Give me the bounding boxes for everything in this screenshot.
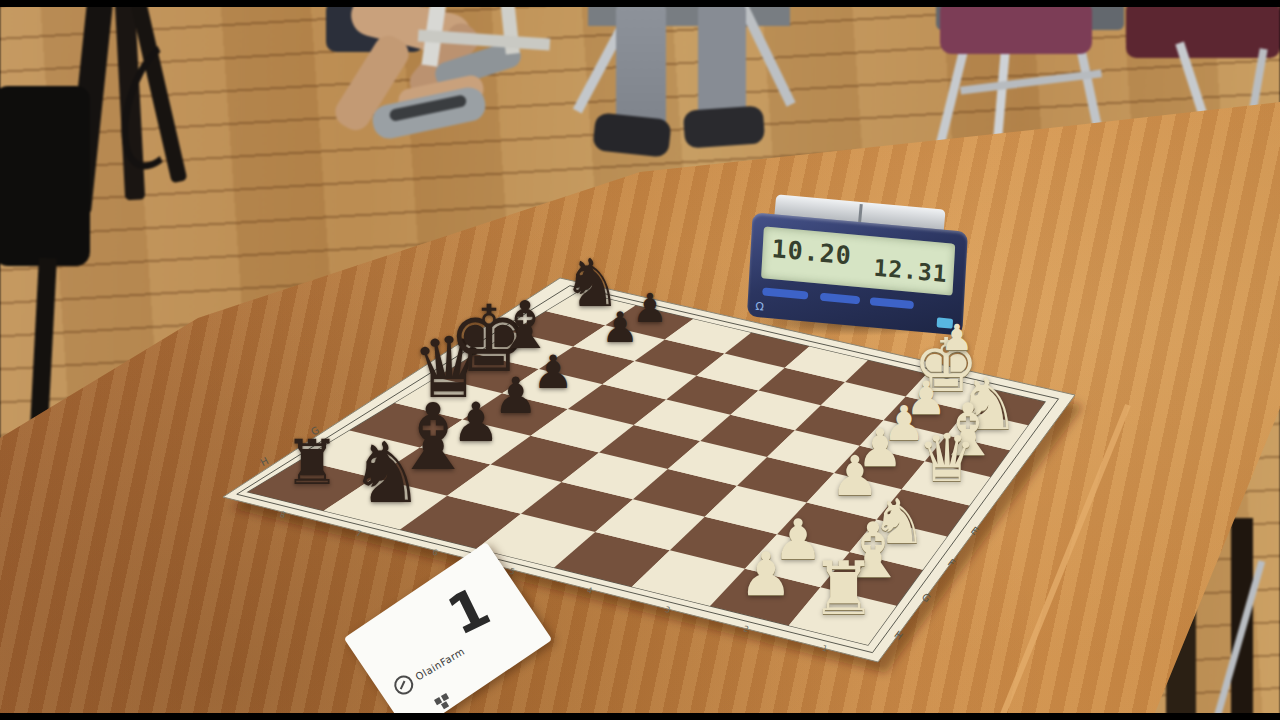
tournament-photo: EFGHHG87654321 10.20 12.31 Ω 1 OlainFarm… bbox=[0, 0, 1280, 720]
captured-wP: ♟ bbox=[941, 320, 973, 356]
piece-wQ-d1: ♛ bbox=[917, 426, 976, 492]
piece-bP-a7: ♟ bbox=[632, 288, 668, 328]
piece-bN-a8: ♞ bbox=[562, 251, 621, 317]
letterbox-bar bbox=[0, 0, 1280, 7]
piece-bB-c8: ♝ bbox=[495, 293, 554, 359]
letterbox-bar bbox=[0, 713, 1280, 720]
piece-wP-h2: ♟ bbox=[739, 544, 793, 604]
chess-pieces-layer: ♜♞♝♟♟♛♚♟♝♟♞♟♚♟♟♟♟♞♝♛♞♝♜♟♟♟ bbox=[0, 0, 1280, 720]
piece-bR-h8: ♜ bbox=[284, 432, 340, 494]
